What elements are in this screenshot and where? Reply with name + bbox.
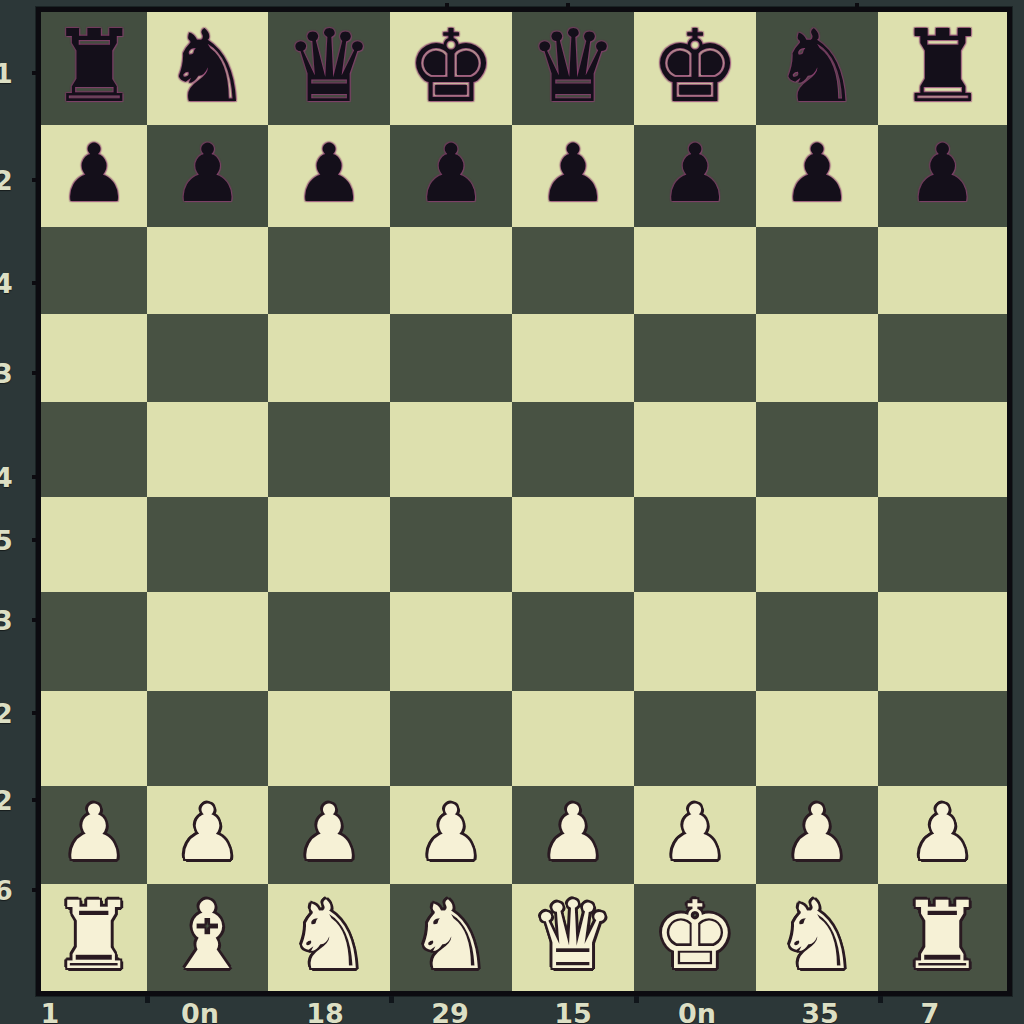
left-tick-mark (32, 281, 41, 285)
square-r7c5[interactable] (512, 592, 634, 691)
square-r6c1[interactable] (41, 497, 147, 592)
square-r7c2[interactable] (147, 592, 268, 691)
square-r4c2[interactable] (147, 314, 268, 402)
square-r1c1[interactable]: ♜ (41, 12, 147, 125)
square-r9c3[interactable]: ♟ (268, 786, 390, 884)
file-label-8: 7 (921, 998, 940, 1024)
rank-label-3: 4 (0, 268, 13, 299)
white-rook: ♜ (52, 889, 136, 983)
white-pawn: ♟ (661, 795, 729, 871)
white-knight: ♞ (287, 889, 371, 983)
black-pawn: ♟ (293, 134, 365, 214)
square-r9c2[interactable]: ♟ (147, 786, 268, 884)
file-label-1: 1 (41, 998, 60, 1024)
square-r9c8[interactable]: ♟ (878, 786, 1007, 884)
square-r3c6[interactable] (634, 227, 756, 314)
left-tick-mark (32, 371, 41, 375)
black-rook: ♜ (898, 17, 988, 117)
white-pawn: ♟ (539, 795, 607, 871)
square-r5c6[interactable] (634, 402, 756, 497)
white-queen: ♛ (531, 889, 615, 983)
square-r4c6[interactable] (634, 314, 756, 402)
square-r10c4[interactable]: ♞ (390, 884, 512, 991)
square-r2c4[interactable]: ♟ (390, 125, 512, 227)
file-label-5: 15 (554, 998, 592, 1024)
file-label-7: 35 (801, 998, 839, 1024)
white-pawn: ♟ (295, 795, 363, 871)
chess-board: ♜♞♛♚♛♚♞♜♟♟♟♟♟♟♟♟♟♟♟♟♟♟♟♟♜♝♞♞♛♚♞♜ (36, 7, 1012, 996)
square-r1c3[interactable]: ♛ (268, 12, 390, 125)
square-r7c6[interactable] (634, 592, 756, 691)
square-r7c4[interactable] (390, 592, 512, 691)
black-queen: ♛ (284, 17, 374, 117)
black-rook: ♜ (49, 17, 139, 117)
black-pawn: ♟ (907, 134, 979, 214)
square-r10c7[interactable]: ♞ (756, 884, 878, 991)
file-label-4: 29 (431, 998, 469, 1024)
square-r9c6[interactable]: ♟ (634, 786, 756, 884)
white-pawn: ♟ (417, 795, 485, 871)
square-r2c8[interactable]: ♟ (878, 125, 1007, 227)
rank-label-10: 6 (0, 875, 13, 906)
square-r6c8[interactable] (878, 497, 1007, 592)
square-r4c3[interactable] (268, 314, 390, 402)
bottom-tick-mark (634, 996, 639, 1003)
file-label-2: 0n (181, 998, 219, 1024)
square-r10c8[interactable]: ♜ (878, 884, 1007, 991)
white-pawn: ♟ (783, 795, 851, 871)
rank-label-8: 2 (0, 698, 13, 729)
square-r7c7[interactable] (756, 592, 878, 691)
rank-label-6: 5 (0, 525, 13, 556)
square-r1c5[interactable]: ♛ (512, 12, 634, 125)
rank-label-2: 2 (0, 165, 13, 196)
rank-label-5: 4 (0, 462, 13, 493)
black-knight: ♞ (772, 17, 862, 117)
square-r5c2[interactable] (147, 402, 268, 497)
left-tick-mark (32, 798, 41, 802)
square-r10c6[interactable]: ♚ (634, 884, 756, 991)
square-r3c7[interactable] (756, 227, 878, 314)
white-bishop: ♝ (165, 889, 249, 983)
square-r1c4[interactable]: ♚ (390, 12, 512, 125)
black-pawn: ♟ (58, 134, 130, 214)
black-pawn: ♟ (537, 134, 609, 214)
square-r5c8[interactable] (878, 402, 1007, 497)
square-r1c8[interactable]: ♜ (878, 12, 1007, 125)
black-king: ♚ (650, 17, 740, 117)
square-r3c5[interactable] (512, 227, 634, 314)
square-r9c5[interactable]: ♟ (512, 786, 634, 884)
square-r9c7[interactable]: ♟ (756, 786, 878, 884)
black-pawn: ♟ (781, 134, 853, 214)
square-r1c6[interactable]: ♚ (634, 12, 756, 125)
black-king: ♚ (406, 17, 496, 117)
white-pawn: ♟ (908, 795, 976, 871)
square-r10c5[interactable]: ♛ (512, 884, 634, 991)
square-r7c1[interactable] (41, 592, 147, 691)
square-r3c3[interactable] (268, 227, 390, 314)
left-tick-mark (32, 888, 41, 892)
square-r10c1[interactable]: ♜ (41, 884, 147, 991)
square-r6c6[interactable] (634, 497, 756, 592)
bottom-tick-mark (878, 996, 883, 1003)
white-king: ♚ (653, 889, 737, 983)
square-r2c6[interactable]: ♟ (634, 125, 756, 227)
rank-label-9: 2 (0, 785, 13, 816)
white-pawn: ♟ (173, 795, 241, 871)
square-r7c8[interactable] (878, 592, 1007, 691)
square-r8c5[interactable] (512, 691, 634, 786)
top-tick-mark (445, 3, 449, 11)
square-r10c3[interactable]: ♞ (268, 884, 390, 991)
square-r5c1[interactable] (41, 402, 147, 497)
left-tick-mark (32, 538, 41, 542)
square-r8c8[interactable] (878, 691, 1007, 786)
square-r5c7[interactable] (756, 402, 878, 497)
square-r2c1[interactable]: ♟ (41, 125, 147, 227)
white-rook: ♜ (900, 889, 984, 983)
left-tick-mark (32, 711, 41, 715)
black-pawn: ♟ (172, 134, 244, 214)
square-r1c7[interactable]: ♞ (756, 12, 878, 125)
square-r2c2[interactable]: ♟ (147, 125, 268, 227)
square-r5c4[interactable] (390, 402, 512, 497)
square-r6c7[interactable] (756, 497, 878, 592)
square-r4c5[interactable] (512, 314, 634, 402)
square-r9c4[interactable]: ♟ (390, 786, 512, 884)
square-r7c3[interactable] (268, 592, 390, 691)
square-r4c7[interactable] (756, 314, 878, 402)
left-tick-mark (32, 618, 41, 622)
left-tick-mark (32, 178, 41, 182)
square-r6c5[interactable] (512, 497, 634, 592)
white-knight: ♞ (409, 889, 493, 983)
black-pawn: ♟ (659, 134, 731, 214)
square-r8c3[interactable] (268, 691, 390, 786)
top-tick-mark (566, 3, 570, 11)
left-tick-mark (32, 475, 41, 479)
white-pawn: ♟ (60, 795, 128, 871)
square-r4c4[interactable] (390, 314, 512, 402)
rank-label-1: 1 (0, 58, 13, 89)
square-r10c2[interactable]: ♝ (147, 884, 268, 991)
square-r8c4[interactable] (390, 691, 512, 786)
square-r6c2[interactable] (147, 497, 268, 592)
black-knight: ♞ (163, 17, 253, 117)
file-label-6: 0n (678, 998, 716, 1024)
square-r3c1[interactable] (41, 227, 147, 314)
square-r3c4[interactable] (390, 227, 512, 314)
square-r2c7[interactable]: ♟ (756, 125, 878, 227)
square-r1c2[interactable]: ♞ (147, 12, 268, 125)
rank-label-7: 3 (0, 605, 13, 636)
square-r2c5[interactable]: ♟ (512, 125, 634, 227)
square-r3c2[interactable] (147, 227, 268, 314)
square-r4c1[interactable] (41, 314, 147, 402)
square-r5c3[interactable] (268, 402, 390, 497)
black-pawn: ♟ (415, 134, 487, 214)
top-tick-mark (855, 3, 859, 11)
square-r4c8[interactable] (878, 314, 1007, 402)
square-r9c1[interactable]: ♟ (41, 786, 147, 884)
bottom-tick-mark (145, 996, 150, 1003)
square-r2c3[interactable]: ♟ (268, 125, 390, 227)
square-r6c4[interactable] (390, 497, 512, 592)
square-r6c3[interactable] (268, 497, 390, 592)
left-tick-mark (32, 71, 41, 75)
square-r8c2[interactable] (147, 691, 268, 786)
square-r5c5[interactable] (512, 402, 634, 497)
black-queen: ♛ (528, 17, 618, 117)
square-r8c6[interactable] (634, 691, 756, 786)
bottom-tick-mark (389, 996, 394, 1003)
chess-board-screenshot: ♜♞♛♚♛♚♞♜♟♟♟♟♟♟♟♟♟♟♟♟♟♟♟♟♜♝♞♞♛♚♞♜ 1243453… (0, 0, 1024, 1024)
file-label-3: 18 (306, 998, 344, 1024)
square-r3c8[interactable] (878, 227, 1007, 314)
rank-label-4: 3 (0, 358, 13, 389)
white-knight: ♞ (775, 889, 859, 983)
square-r8c7[interactable] (756, 691, 878, 786)
square-r8c1[interactable] (41, 691, 147, 786)
